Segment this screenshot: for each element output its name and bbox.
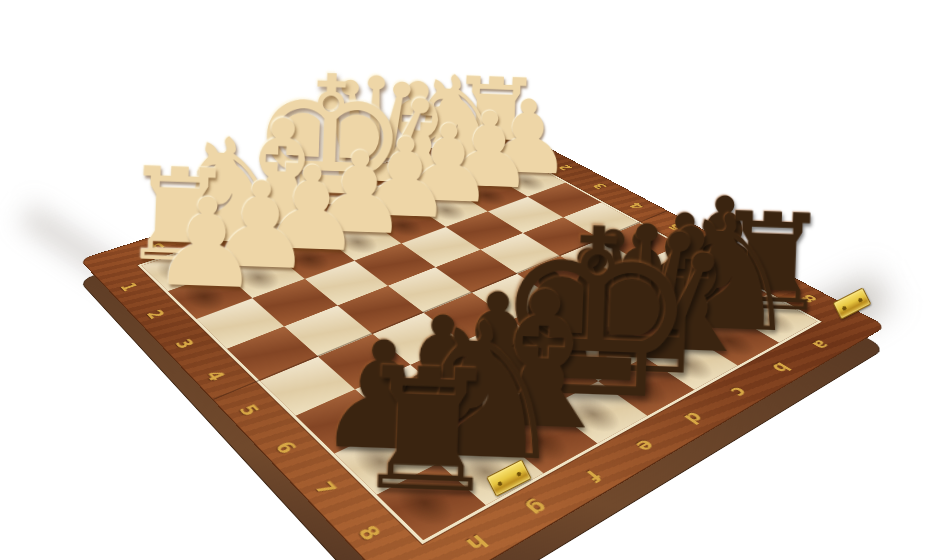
- piece-shadow: [202, 237, 258, 269]
- file-label-g-far: g: [195, 222, 223, 236]
- file-label-c-near: c: [722, 382, 757, 404]
- product-photo-scene: ♜♟♟♜♞♟♟♞♝♟♟♝♛♟♟♛♚♟♟♚♝♟♟♝♞♟♟♞♜♟♟♜ 1122334…: [0, 0, 927, 560]
- file-label-e-far: e: [291, 192, 318, 205]
- file-label-e-near: e: [627, 434, 665, 459]
- rank-label-4-near: 4: [199, 365, 233, 386]
- file-label-d-near: d: [676, 407, 713, 430]
- file-label-a-far: a: [456, 140, 481, 151]
- rank-label-8-near: 8: [350, 518, 391, 548]
- piece-shadow: [385, 475, 465, 534]
- rank-label-6-far: 6: [703, 242, 732, 257]
- rank-label-1-near: 1: [114, 278, 144, 295]
- board-frame: ♜♟♟♜♞♟♟♞♝♟♟♝♛♟♟♛♚♟♟♚♝♟♟♝♞♟♟♞♜♟♟♜ 1122334…: [79, 125, 886, 560]
- rank-label-3-near: 3: [168, 334, 201, 354]
- rank-label-6-near: 6: [268, 435, 305, 460]
- file-label-c-far: c: [378, 165, 404, 177]
- piece-shadow: [690, 276, 755, 311]
- chess-board: ♜♟♟♜♞♟♟♞♝♟♟♝♛♟♟♛♚♟♟♚♝♟♟♝♞♟♟♞♜♟♟♜ 1122334…: [79, 125, 886, 560]
- piece-shadow: [606, 314, 673, 353]
- rank-label-7-near: 7: [307, 474, 346, 501]
- file-label-d-far: d: [335, 178, 361, 190]
- board-grid: ♜♟♟♜♞♟♟♞♝♟♟♝♛♟♟♛♚♟♟♚♝♟♟♝♞♟♟♞♜♟♟♜: [138, 146, 822, 545]
- file-label-h-near: h: [457, 528, 499, 559]
- piece-shadow: [175, 279, 234, 315]
- file-label-h-far: h: [143, 238, 172, 253]
- file-label-f-near: f: [575, 463, 614, 489]
- piece-shadow: [556, 390, 630, 438]
- rank-label-1-far: 1: [520, 145, 545, 156]
- square-f4: [338, 286, 424, 334]
- rank-label-2-near: 2: [140, 305, 172, 323]
- rank-label-7-far: 7: [746, 265, 776, 281]
- rank-label-5-near: 5: [232, 398, 268, 421]
- rank-label-5-far: 5: [661, 220, 689, 234]
- file-label-a-near: a: [805, 336, 838, 355]
- file-label-b-far: b: [418, 152, 443, 163]
- file-label-f-far: f: [244, 207, 271, 220]
- rank-label-2-far: 2: [552, 162, 578, 173]
- square-b8: ♞: [688, 314, 778, 365]
- rank-label-4-far: 4: [623, 200, 650, 213]
- rank-label-8-far: 8: [793, 290, 824, 307]
- file-label-b-near: b: [765, 358, 799, 378]
- square-h5: [260, 357, 355, 416]
- file-label-g-near: g: [518, 494, 558, 522]
- rank-label-3-far: 3: [587, 180, 613, 192]
